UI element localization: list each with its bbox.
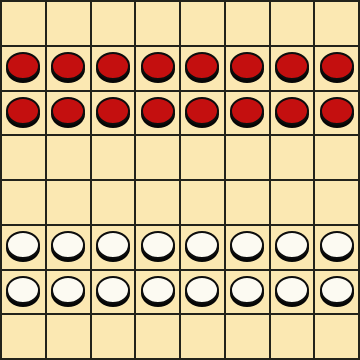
white-piece[interactable] [185, 276, 219, 304]
white-piece[interactable] [141, 276, 175, 304]
board-cell[interactable] [92, 226, 135, 269]
board-cell[interactable] [181, 92, 224, 135]
white-piece[interactable] [51, 276, 85, 304]
dama-board [0, 0, 360, 360]
board-cell[interactable] [181, 181, 224, 224]
red-piece[interactable] [51, 97, 85, 125]
board-cell[interactable] [271, 226, 314, 269]
board-cell[interactable] [136, 181, 179, 224]
board-cell[interactable] [2, 136, 45, 179]
white-piece[interactable] [230, 276, 264, 304]
board-cell[interactable] [271, 271, 314, 314]
board-cell[interactable] [226, 315, 269, 358]
white-piece[interactable] [230, 231, 264, 259]
board-cell[interactable] [92, 92, 135, 135]
board-cell[interactable] [47, 2, 90, 45]
board-cell[interactable] [47, 136, 90, 179]
board-cell[interactable] [47, 181, 90, 224]
board-cell[interactable] [315, 315, 358, 358]
board-cell[interactable] [136, 92, 179, 135]
board-cell[interactable] [226, 47, 269, 90]
board-cell[interactable] [226, 92, 269, 135]
board-cell[interactable] [315, 226, 358, 269]
red-piece[interactable] [6, 52, 40, 80]
board-cell[interactable] [226, 136, 269, 179]
board-cell[interactable] [226, 271, 269, 314]
white-piece[interactable] [320, 231, 354, 259]
red-piece[interactable] [6, 97, 40, 125]
red-piece[interactable] [275, 52, 309, 80]
board-cell[interactable] [136, 315, 179, 358]
board-cell[interactable] [136, 136, 179, 179]
board-cell[interactable] [181, 2, 224, 45]
board-cell[interactable] [181, 47, 224, 90]
board-cell[interactable] [181, 226, 224, 269]
board-cell[interactable] [47, 271, 90, 314]
board-cell[interactable] [226, 181, 269, 224]
board-cell[interactable] [2, 92, 45, 135]
board-cell[interactable] [92, 47, 135, 90]
board-cell[interactable] [47, 92, 90, 135]
board-cell[interactable] [315, 181, 358, 224]
board-cell[interactable] [92, 181, 135, 224]
board-cell[interactable] [136, 2, 179, 45]
board-cell[interactable] [181, 271, 224, 314]
white-piece[interactable] [6, 276, 40, 304]
board-cell[interactable] [181, 136, 224, 179]
board-cell[interactable] [315, 136, 358, 179]
red-piece[interactable] [141, 97, 175, 125]
red-piece[interactable] [141, 52, 175, 80]
board-cell[interactable] [2, 271, 45, 314]
board-cell[interactable] [92, 2, 135, 45]
board-cell[interactable] [2, 2, 45, 45]
white-piece[interactable] [185, 231, 219, 259]
board-cell[interactable] [226, 226, 269, 269]
board-cell[interactable] [315, 271, 358, 314]
red-piece[interactable] [320, 97, 354, 125]
board-cell[interactable] [226, 2, 269, 45]
red-piece[interactable] [51, 52, 85, 80]
board-cell[interactable] [2, 181, 45, 224]
board-cell[interactable] [315, 92, 358, 135]
board-cell[interactable] [315, 2, 358, 45]
board-cell[interactable] [2, 315, 45, 358]
white-piece[interactable] [6, 231, 40, 259]
board-cell[interactable] [92, 271, 135, 314]
board-cell[interactable] [136, 47, 179, 90]
board-cell[interactable] [92, 136, 135, 179]
board-cell[interactable] [271, 315, 314, 358]
board-cell[interactable] [47, 226, 90, 269]
white-piece[interactable] [320, 276, 354, 304]
board-cell[interactable] [2, 47, 45, 90]
board-cell[interactable] [315, 47, 358, 90]
red-piece[interactable] [96, 97, 130, 125]
white-piece[interactable] [141, 231, 175, 259]
red-piece[interactable] [230, 52, 264, 80]
white-piece[interactable] [96, 276, 130, 304]
white-piece[interactable] [275, 231, 309, 259]
red-piece[interactable] [96, 52, 130, 80]
board-cell[interactable] [271, 92, 314, 135]
white-piece[interactable] [51, 231, 85, 259]
board-cell[interactable] [47, 315, 90, 358]
board-cell[interactable] [47, 47, 90, 90]
board-cell[interactable] [2, 226, 45, 269]
red-piece[interactable] [230, 97, 264, 125]
board-cell[interactable] [92, 315, 135, 358]
red-piece[interactable] [185, 97, 219, 125]
red-piece[interactable] [185, 52, 219, 80]
white-piece[interactable] [275, 276, 309, 304]
red-piece[interactable] [275, 97, 309, 125]
white-piece[interactable] [96, 231, 130, 259]
board-cell[interactable] [136, 271, 179, 314]
red-piece[interactable] [320, 52, 354, 80]
board-cell[interactable] [271, 47, 314, 90]
board-cell[interactable] [181, 315, 224, 358]
board-cell[interactable] [271, 181, 314, 224]
board-cell[interactable] [271, 2, 314, 45]
board-cell[interactable] [136, 226, 179, 269]
board-cell[interactable] [271, 136, 314, 179]
